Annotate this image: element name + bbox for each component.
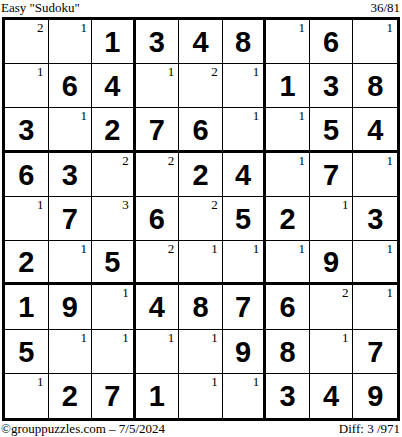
pencil-mark: 1 bbox=[253, 65, 260, 78]
pencil-mark: 2 bbox=[37, 21, 44, 34]
cell-r4c1[interactable]: 6 bbox=[5, 153, 49, 197]
given-digit: 9 bbox=[367, 380, 383, 411]
cell-r3c4[interactable]: 7 bbox=[136, 108, 180, 152]
cell-r2c2[interactable]: 6 bbox=[49, 64, 93, 108]
pencil-mark: 1 bbox=[37, 65, 44, 78]
cell-r1c3[interactable]: 1 bbox=[92, 20, 136, 64]
given-digit: 9 bbox=[62, 291, 78, 322]
cell-r6c1[interactable]: 2 bbox=[5, 241, 49, 285]
pencil-mark: 1 bbox=[253, 109, 260, 122]
pencil-mark: 2 bbox=[122, 154, 129, 167]
given-digit: 9 bbox=[235, 336, 251, 367]
cell-r7c6[interactable]: 7 bbox=[223, 285, 267, 329]
given-digit: 3 bbox=[367, 203, 383, 234]
cell-r8c8[interactable]: 1 bbox=[310, 330, 354, 374]
cell-r4c7[interactable]: 1 bbox=[266, 153, 310, 197]
given-digit: 9 bbox=[323, 246, 339, 277]
pencil-mark: 1 bbox=[298, 109, 305, 122]
cell-r8c7[interactable]: 8 bbox=[266, 330, 310, 374]
given-digit: 6 bbox=[18, 159, 34, 190]
given-digit: 5 bbox=[323, 114, 339, 145]
given-digit: 1 bbox=[149, 380, 165, 411]
given-digit: 3 bbox=[149, 26, 165, 57]
pencil-mark: 1 bbox=[387, 242, 394, 255]
given-digit: 4 bbox=[235, 159, 251, 190]
cell-r7c7[interactable]: 6 bbox=[266, 285, 310, 329]
cell-r2c8[interactable]: 3 bbox=[310, 64, 354, 108]
pencil-mark: 2 bbox=[168, 154, 175, 167]
cell-r8c9[interactable]: 7 bbox=[353, 330, 397, 374]
given-digit: 8 bbox=[192, 291, 208, 322]
given-digit: 8 bbox=[280, 336, 296, 367]
cell-r1c6[interactable]: 8 bbox=[223, 20, 267, 64]
given-digit: 6 bbox=[192, 114, 208, 145]
cell-r1c1[interactable]: 2 bbox=[5, 20, 49, 64]
given-digit: 2 bbox=[62, 380, 78, 411]
cell-r9c7[interactable]: 3 bbox=[266, 374, 310, 418]
given-digit: 7 bbox=[323, 159, 339, 190]
cell-r2c5[interactable]: 2 bbox=[179, 64, 223, 108]
pencil-mark: 1 bbox=[168, 331, 175, 344]
cell-r3c6[interactable]: 1 bbox=[223, 108, 267, 152]
cell-r3c7[interactable]: 1 bbox=[266, 108, 310, 152]
pencil-mark: 1 bbox=[342, 198, 349, 211]
cell-r3c3[interactable]: 2 bbox=[92, 108, 136, 152]
cell-r5c5[interactable]: 2 bbox=[179, 197, 223, 241]
given-digit: 7 bbox=[235, 291, 251, 322]
cell-r2c7[interactable]: 1 bbox=[266, 64, 310, 108]
pencil-mark: 1 bbox=[342, 331, 349, 344]
pencil-mark: 1 bbox=[122, 286, 129, 299]
cell-r6c6[interactable]: 1 bbox=[223, 241, 267, 285]
pencil-mark: 2 bbox=[168, 242, 175, 255]
cell-r7c3[interactable]: 1 bbox=[92, 285, 136, 329]
cell-r8c5[interactable]: 1 bbox=[179, 330, 223, 374]
cell-r6c4[interactable]: 2 bbox=[136, 241, 180, 285]
given-digit: 2 bbox=[192, 159, 208, 190]
pencil-mark: 1 bbox=[253, 375, 260, 388]
sudoku-board: 2113481611641211383127611546322241711736… bbox=[2, 17, 400, 421]
cell-r7c4[interactable]: 4 bbox=[136, 285, 180, 329]
cell-r3c8[interactable]: 5 bbox=[310, 108, 354, 152]
given-digit: 4 bbox=[192, 26, 208, 57]
puzzle-title: Easy "Sudoku" bbox=[1, 0, 80, 15]
pencil-mark: 1 bbox=[122, 331, 129, 344]
cell-r4c6[interactable]: 4 bbox=[223, 153, 267, 197]
given-digit: 2 bbox=[18, 246, 34, 277]
cell-r5c2[interactable]: 7 bbox=[49, 197, 93, 241]
given-digit: 5 bbox=[18, 336, 34, 367]
cell-r9c8[interactable]: 4 bbox=[310, 374, 354, 418]
pencil-mark: 1 bbox=[81, 331, 88, 344]
cell-r8c2[interactable]: 1 bbox=[49, 330, 93, 374]
given-digit: 5 bbox=[104, 246, 120, 277]
difficulty-text: Diff: 3 /971 bbox=[339, 422, 400, 436]
pencil-mark: 1 bbox=[298, 154, 305, 167]
cell-r2c3[interactable]: 4 bbox=[92, 64, 136, 108]
cell-r7c5[interactable]: 8 bbox=[179, 285, 223, 329]
cell-r2c4[interactable]: 1 bbox=[136, 64, 180, 108]
cell-r9c1[interactable]: 1 bbox=[5, 374, 49, 418]
cell-r7c8[interactable]: 2 bbox=[310, 285, 354, 329]
given-digit: 1 bbox=[280, 70, 296, 101]
cell-r9c6[interactable]: 1 bbox=[223, 374, 267, 418]
pencil-mark: 1 bbox=[81, 21, 88, 34]
pencil-mark: 1 bbox=[387, 154, 394, 167]
cell-r9c4[interactable]: 1 bbox=[136, 374, 180, 418]
cell-r2c9[interactable]: 8 bbox=[353, 64, 397, 108]
pencil-mark: 1 bbox=[387, 21, 394, 34]
given-digit: 8 bbox=[367, 70, 383, 101]
cell-counter: 36/81 bbox=[370, 0, 400, 15]
given-digit: 4 bbox=[149, 291, 165, 322]
cell-r3c5[interactable]: 6 bbox=[179, 108, 223, 152]
cell-r7c1[interactable]: 1 bbox=[5, 285, 49, 329]
cell-r6c2[interactable]: 1 bbox=[49, 241, 93, 285]
pencil-mark: 1 bbox=[81, 242, 88, 255]
cell-r5c1[interactable]: 1 bbox=[5, 197, 49, 241]
pencil-mark: 3 bbox=[122, 198, 129, 211]
given-digit: 4 bbox=[323, 380, 339, 411]
cell-r5c6[interactable]: 5 bbox=[223, 197, 267, 241]
copyright-text: ©grouppuzzles.com – 7/5/2024 bbox=[1, 422, 165, 436]
given-digit: 6 bbox=[280, 291, 296, 322]
cell-r9c5[interactable]: 1 bbox=[179, 374, 223, 418]
cell-r8c4[interactable]: 1 bbox=[136, 330, 180, 374]
cell-r8c3[interactable]: 1 bbox=[92, 330, 136, 374]
given-digit: 1 bbox=[104, 26, 120, 57]
pencil-mark: 2 bbox=[211, 198, 218, 211]
pencil-mark: 1 bbox=[211, 242, 218, 255]
pencil-mark: 1 bbox=[168, 65, 175, 78]
pencil-mark: 1 bbox=[37, 198, 44, 211]
pencil-mark: 1 bbox=[211, 331, 218, 344]
given-digit: 7 bbox=[149, 114, 165, 145]
cell-r6c3[interactable]: 5 bbox=[92, 241, 136, 285]
pencil-mark: 1 bbox=[211, 375, 218, 388]
given-digit: 8 bbox=[235, 26, 251, 57]
cell-r5c4[interactable]: 6 bbox=[136, 197, 180, 241]
cell-r5c7[interactable]: 2 bbox=[266, 197, 310, 241]
cell-r6c8[interactable]: 9 bbox=[310, 241, 354, 285]
cell-r4c9[interactable]: 1 bbox=[353, 153, 397, 197]
given-digit: 5 bbox=[235, 203, 251, 234]
cell-r6c9[interactable]: 1 bbox=[353, 241, 397, 285]
cell-r1c4[interactable]: 3 bbox=[136, 20, 180, 64]
pencil-mark: 1 bbox=[37, 375, 44, 388]
given-digit: 3 bbox=[323, 70, 339, 101]
cell-r1c5[interactable]: 4 bbox=[179, 20, 223, 64]
cell-r4c5[interactable]: 2 bbox=[179, 153, 223, 197]
cell-r6c5[interactable]: 1 bbox=[179, 241, 223, 285]
cell-r1c2[interactable]: 1 bbox=[49, 20, 93, 64]
cell-r1c9[interactable]: 1 bbox=[353, 20, 397, 64]
cell-r2c1[interactable]: 1 bbox=[5, 64, 49, 108]
cell-r4c8[interactable]: 7 bbox=[310, 153, 354, 197]
cell-r1c7[interactable]: 1 bbox=[266, 20, 310, 64]
given-digit: 7 bbox=[367, 336, 383, 367]
given-digit: 4 bbox=[104, 70, 120, 101]
page-header: Easy "Sudoku" 36/81 bbox=[0, 0, 402, 17]
given-digit: 6 bbox=[323, 26, 339, 57]
pencil-mark: 1 bbox=[298, 21, 305, 34]
cell-r4c3[interactable]: 2 bbox=[92, 153, 136, 197]
given-digit: 3 bbox=[280, 380, 296, 411]
cell-r5c8[interactable]: 1 bbox=[310, 197, 354, 241]
given-digit: 2 bbox=[280, 203, 296, 234]
sudoku-page: Easy "Sudoku" 36/81 21134816116412113831… bbox=[0, 0, 402, 437]
given-digit: 3 bbox=[18, 114, 34, 145]
pencil-mark: 1 bbox=[298, 242, 305, 255]
cell-r3c2[interactable]: 1 bbox=[49, 108, 93, 152]
cell-r2c6[interactable]: 1 bbox=[223, 64, 267, 108]
pencil-mark: 2 bbox=[211, 65, 218, 78]
given-digit: 6 bbox=[149, 203, 165, 234]
given-digit: 3 bbox=[62, 159, 78, 190]
cell-r8c6[interactable]: 9 bbox=[223, 330, 267, 374]
cell-r5c3[interactable]: 3 bbox=[92, 197, 136, 241]
page-footer: ©grouppuzzles.com – 7/5/2024 Diff: 3 /97… bbox=[0, 422, 402, 436]
pencil-mark: 1 bbox=[387, 286, 394, 299]
cell-r3c9[interactable]: 4 bbox=[353, 108, 397, 152]
cell-r4c2[interactable]: 3 bbox=[49, 153, 93, 197]
cell-r1c8[interactable]: 6 bbox=[310, 20, 354, 64]
cell-r6c7[interactable]: 1 bbox=[266, 241, 310, 285]
given-digit: 7 bbox=[62, 203, 78, 234]
cell-r9c2[interactable]: 2 bbox=[49, 374, 93, 418]
given-digit: 1 bbox=[18, 291, 34, 322]
cell-r8c1[interactable]: 5 bbox=[5, 330, 49, 374]
pencil-mark: 2 bbox=[342, 286, 349, 299]
cell-r7c2[interactable]: 9 bbox=[49, 285, 93, 329]
given-digit: 6 bbox=[62, 70, 78, 101]
cell-r9c3[interactable]: 7 bbox=[92, 374, 136, 418]
given-digit: 7 bbox=[104, 380, 120, 411]
cell-r4c4[interactable]: 2 bbox=[136, 153, 180, 197]
given-digit: 4 bbox=[367, 114, 383, 145]
given-digit: 2 bbox=[104, 114, 120, 145]
cell-r5c9[interactable]: 3 bbox=[353, 197, 397, 241]
cell-r7c9[interactable]: 1 bbox=[353, 285, 397, 329]
pencil-mark: 1 bbox=[81, 109, 88, 122]
cell-r9c9[interactable]: 9 bbox=[353, 374, 397, 418]
pencil-mark: 1 bbox=[253, 242, 260, 255]
cell-r3c1[interactable]: 3 bbox=[5, 108, 49, 152]
